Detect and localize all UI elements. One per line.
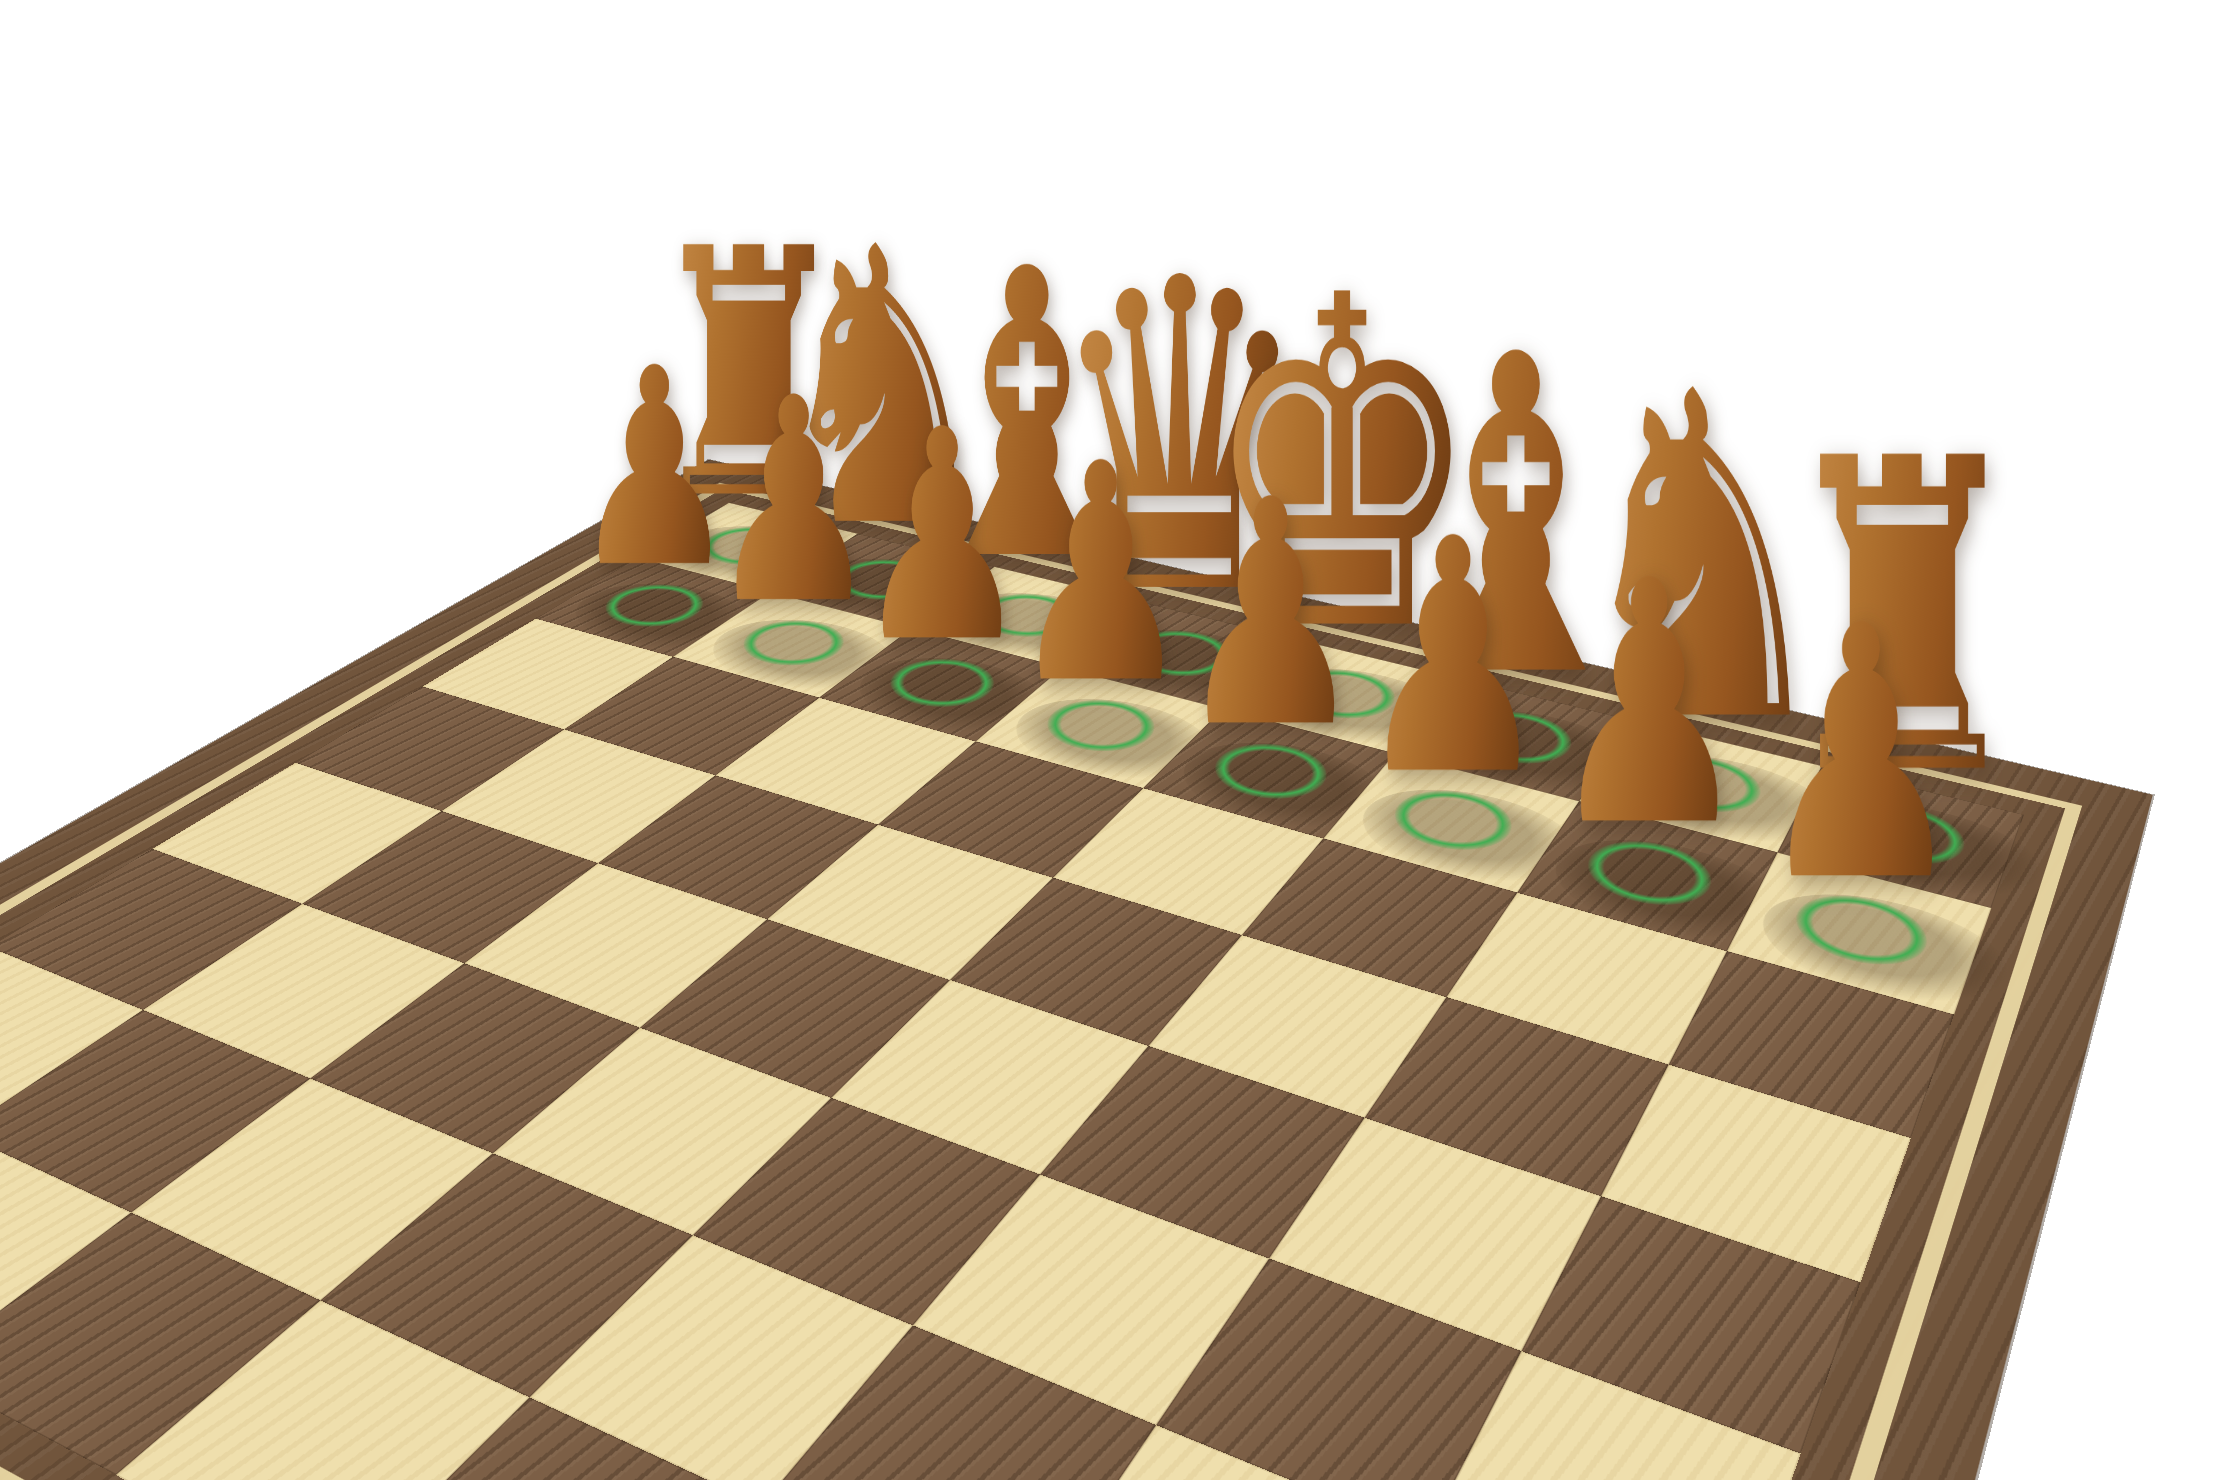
piece-black-pawn[interactable]: ♟ (1547, 537, 1751, 872)
photo-scene: ♜♞♝♛♚♝♞♜♟♟♟♟♟♟♟♟ (0, 0, 2220, 1480)
piece-black-pawn[interactable]: ♟ (1009, 425, 1192, 726)
piece-black-pawn[interactable]: ♟ (1355, 497, 1552, 820)
chess-board: ♜♞♝♛♚♝♞♜♟♟♟♟♟♟♟♟ (0, 460, 2153, 1480)
piece-black-pawn[interactable]: ♟ (854, 392, 1031, 683)
square-b3[interactable] (143, 904, 464, 1079)
piece-black-pawn[interactable]: ♟ (1176, 459, 1366, 770)
piece-black-pawn[interactable]: ♟ (1755, 581, 1967, 929)
